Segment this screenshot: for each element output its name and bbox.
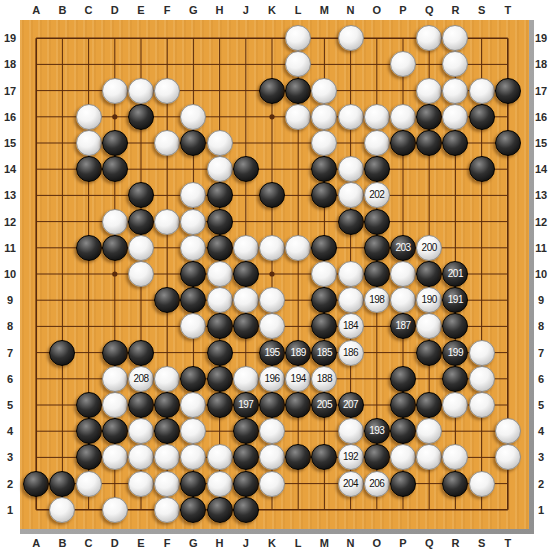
row-label-right-16: 16 <box>535 111 547 123</box>
black-stone-S14[interactable] <box>469 156 495 182</box>
row-label-left-14: 14 <box>4 163 16 175</box>
row-label-left-13: 13 <box>4 189 16 201</box>
white-stone-H15[interactable] <box>207 130 233 156</box>
black-stone-H8[interactable] <box>207 313 233 339</box>
black-stone-R6[interactable] <box>442 366 468 392</box>
black-stone-K17[interactable] <box>259 78 285 104</box>
col-label-bottom-F: F <box>164 537 171 549</box>
black-stone-S16[interactable] <box>469 104 495 130</box>
white-stone-E10[interactable] <box>128 261 154 287</box>
black-stone-M8[interactable] <box>311 313 337 339</box>
col-label-bottom-T: T <box>504 537 511 549</box>
move-number-197: 197 <box>238 400 253 410</box>
col-label-bottom-D: D <box>111 537 119 549</box>
star-point <box>269 114 274 119</box>
black-stone-L5[interactable] <box>285 392 311 418</box>
row-label-left-3: 3 <box>7 451 13 463</box>
col-label-bottom-J: J <box>243 537 249 549</box>
move-number-202: 202 <box>369 190 384 200</box>
white-stone-E17[interactable] <box>128 78 154 104</box>
black-stone-G1[interactable] <box>180 497 206 523</box>
white-stone-O15[interactable] <box>364 130 390 156</box>
black-stone-Q5[interactable] <box>416 392 442 418</box>
black-stone-G2[interactable] <box>180 471 206 497</box>
row-label-left-1: 1 <box>7 504 13 516</box>
black-stone-K5[interactable] <box>259 392 285 418</box>
row-label-left-2: 2 <box>7 478 13 490</box>
white-stone-E2[interactable] <box>128 471 154 497</box>
row-label-right-7: 7 <box>538 347 544 359</box>
white-stone-P18[interactable] <box>390 51 416 77</box>
black-stone-J5[interactable]: 197 <box>233 392 259 418</box>
move-number-189: 189 <box>291 348 306 358</box>
row-label-left-17: 17 <box>4 85 16 97</box>
black-stone-T15[interactable] <box>495 130 521 156</box>
col-label-bottom-O: O <box>373 537 382 549</box>
white-stone-P10[interactable] <box>390 261 416 287</box>
white-stone-N3[interactable]: 192 <box>338 444 364 470</box>
row-label-right-3: 3 <box>538 451 544 463</box>
move-number-199: 199 <box>448 348 463 358</box>
black-stone-R8[interactable] <box>442 313 468 339</box>
move-number-205: 205 <box>317 400 332 410</box>
white-stone-F15[interactable] <box>154 130 180 156</box>
black-stone-B2[interactable] <box>49 471 75 497</box>
white-stone-S7[interactable] <box>469 340 495 366</box>
white-stone-B1[interactable] <box>49 497 75 523</box>
white-stone-N2[interactable]: 204 <box>338 471 364 497</box>
white-stone-F3[interactable] <box>154 444 180 470</box>
white-stone-K2[interactable] <box>259 471 285 497</box>
white-stone-D12[interactable] <box>102 209 128 235</box>
white-stone-J11[interactable] <box>233 235 259 261</box>
move-number-204: 204 <box>343 479 358 489</box>
black-stone-T17[interactable] <box>495 78 521 104</box>
black-stone-J10[interactable] <box>233 261 259 287</box>
black-stone-R15[interactable] <box>442 130 468 156</box>
white-stone-R17[interactable] <box>442 78 468 104</box>
white-stone-H2[interactable] <box>207 471 233 497</box>
black-stone-M11[interactable] <box>311 235 337 261</box>
col-label-bottom-C: C <box>85 537 93 549</box>
black-stone-H11[interactable] <box>207 235 233 261</box>
row-label-right-1: 1 <box>538 504 544 516</box>
black-stone-R10[interactable]: 201 <box>442 261 468 287</box>
row-label-right-15: 15 <box>535 137 547 149</box>
col-label-bottom-E: E <box>137 537 144 549</box>
black-stone-P15[interactable] <box>390 130 416 156</box>
row-label-right-12: 12 <box>535 216 547 228</box>
white-stone-D5[interactable] <box>102 392 128 418</box>
star-point <box>269 271 274 276</box>
row-label-left-18: 18 <box>4 58 16 70</box>
black-stone-F4[interactable] <box>154 418 180 444</box>
black-stone-M13[interactable] <box>311 182 337 208</box>
col-label-top-N: N <box>347 4 355 16</box>
move-number-201: 201 <box>448 269 463 279</box>
white-stone-F12[interactable] <box>154 209 180 235</box>
white-stone-E3[interactable] <box>128 444 154 470</box>
black-stone-G10[interactable] <box>180 261 206 287</box>
white-stone-R19[interactable] <box>442 25 468 51</box>
black-stone-R9[interactable]: 191 <box>442 287 468 313</box>
row-label-right-10: 10 <box>535 268 547 280</box>
row-label-left-9: 9 <box>7 294 13 306</box>
white-stone-Q19[interactable] <box>416 25 442 51</box>
col-label-bottom-R: R <box>451 537 459 549</box>
move-number-184: 184 <box>343 321 358 331</box>
black-stone-P11[interactable]: 203 <box>390 235 416 261</box>
black-stone-P4[interactable] <box>390 418 416 444</box>
col-label-bottom-B: B <box>58 537 66 549</box>
move-number-206: 206 <box>369 479 384 489</box>
white-stone-N9[interactable] <box>338 287 364 313</box>
white-stone-N10[interactable] <box>338 261 364 287</box>
white-stone-R18[interactable] <box>442 51 468 77</box>
col-label-bottom-P: P <box>399 537 406 549</box>
white-stone-K8[interactable] <box>259 313 285 339</box>
star-point <box>112 114 117 119</box>
white-stone-P16[interactable] <box>390 104 416 130</box>
white-stone-P3[interactable] <box>390 444 416 470</box>
white-stone-K3[interactable] <box>259 444 285 470</box>
move-number-208: 208 <box>133 374 148 384</box>
move-number-198: 198 <box>369 295 384 305</box>
white-stone-G16[interactable] <box>180 104 206 130</box>
black-stone-A2[interactable] <box>23 471 49 497</box>
row-label-right-18: 18 <box>535 58 547 70</box>
star-point <box>112 271 117 276</box>
white-stone-O13[interactable]: 202 <box>364 182 390 208</box>
col-label-top-R: R <box>451 4 459 16</box>
row-label-left-5: 5 <box>7 399 13 411</box>
white-stone-N16[interactable] <box>338 104 364 130</box>
row-label-right-6: 6 <box>538 373 544 385</box>
white-stone-G13[interactable] <box>180 182 206 208</box>
col-label-bottom-Q: Q <box>425 537 434 549</box>
white-stone-S6[interactable] <box>469 366 495 392</box>
board-edge-shadow: 2022032002011981901911841871951891851861… <box>20 20 534 534</box>
white-stone-E4[interactable] <box>128 418 154 444</box>
black-stone-N5[interactable]: 207 <box>338 392 364 418</box>
black-stone-E5[interactable] <box>128 392 154 418</box>
black-stone-N12[interactable] <box>338 209 364 235</box>
col-label-bottom-A: A <box>32 537 40 549</box>
col-label-bottom-G: G <box>189 537 198 549</box>
white-stone-E11[interactable] <box>128 235 154 261</box>
move-number-192: 192 <box>343 452 358 462</box>
black-stone-J2[interactable] <box>233 471 259 497</box>
col-label-top-Q: Q <box>425 4 434 16</box>
black-stone-C14[interactable] <box>76 156 102 182</box>
white-stone-L11[interactable] <box>285 235 311 261</box>
white-stone-H14[interactable] <box>207 156 233 182</box>
white-stone-G3[interactable] <box>180 444 206 470</box>
black-stone-R2[interactable] <box>442 471 468 497</box>
col-label-top-J: J <box>243 4 249 16</box>
black-stone-C11[interactable] <box>76 235 102 261</box>
black-stone-P6[interactable] <box>390 366 416 392</box>
black-stone-E13[interactable] <box>128 182 154 208</box>
white-stone-N8[interactable]: 184 <box>338 313 364 339</box>
black-stone-G9[interactable] <box>180 287 206 313</box>
row-label-left-19: 19 <box>4 32 16 44</box>
black-stone-H5[interactable] <box>207 392 233 418</box>
white-stone-D1[interactable] <box>102 497 128 523</box>
white-stone-F2[interactable] <box>154 471 180 497</box>
black-stone-M7[interactable]: 185 <box>311 340 337 366</box>
black-stone-K13[interactable] <box>259 182 285 208</box>
black-stone-O10[interactable] <box>364 261 390 287</box>
col-label-bottom-S: S <box>478 537 485 549</box>
black-stone-B7[interactable] <box>49 340 75 366</box>
white-stone-G4[interactable] <box>180 418 206 444</box>
col-label-top-E: E <box>137 4 144 16</box>
white-stone-Q11[interactable]: 200 <box>416 235 442 261</box>
col-label-top-A: A <box>32 4 40 16</box>
white-stone-M15[interactable] <box>311 130 337 156</box>
white-stone-L19[interactable] <box>285 25 311 51</box>
white-stone-Q3[interactable] <box>416 444 442 470</box>
black-stone-O14[interactable] <box>364 156 390 182</box>
white-stone-S2[interactable] <box>469 471 495 497</box>
black-stone-H7[interactable] <box>207 340 233 366</box>
col-label-bottom-L: L <box>295 537 302 549</box>
col-label-bottom-M: M <box>320 537 329 549</box>
black-stone-M14[interactable] <box>311 156 337 182</box>
col-label-bottom-H: H <box>216 537 224 549</box>
white-stone-G12[interactable] <box>180 209 206 235</box>
row-label-right-14: 14 <box>535 163 547 175</box>
black-stone-Q7[interactable] <box>416 340 442 366</box>
white-stone-R5[interactable] <box>442 392 468 418</box>
white-stone-N19[interactable] <box>338 25 364 51</box>
white-stone-K6[interactable]: 196 <box>259 366 285 392</box>
black-stone-O3[interactable] <box>364 444 390 470</box>
white-stone-M6[interactable]: 188 <box>311 366 337 392</box>
black-stone-G15[interactable] <box>180 130 206 156</box>
white-stone-O2[interactable]: 206 <box>364 471 390 497</box>
white-stone-S17[interactable] <box>469 78 495 104</box>
row-label-left-11: 11 <box>4 242 16 254</box>
go-diagram-page: 2022032002011981901911841871951891851861… <box>0 0 550 552</box>
black-stone-D7[interactable] <box>102 340 128 366</box>
white-stone-F17[interactable] <box>154 78 180 104</box>
white-stone-R16[interactable] <box>442 104 468 130</box>
move-number-185: 185 <box>317 348 332 358</box>
row-label-left-16: 16 <box>4 111 16 123</box>
move-number-194: 194 <box>291 374 306 384</box>
black-stone-R7[interactable]: 199 <box>442 340 468 366</box>
black-stone-C5[interactable] <box>76 392 102 418</box>
white-stone-O16[interactable] <box>364 104 390 130</box>
white-stone-M10[interactable] <box>311 261 337 287</box>
white-stone-H9[interactable] <box>207 287 233 313</box>
col-label-top-B: B <box>58 4 66 16</box>
row-label-left-4: 4 <box>7 425 13 437</box>
row-label-left-6: 6 <box>7 373 13 385</box>
move-number-191: 191 <box>448 295 463 305</box>
move-number-195: 195 <box>264 348 279 358</box>
white-stone-Q9[interactable]: 190 <box>416 287 442 313</box>
col-label-top-S: S <box>478 4 485 16</box>
row-label-right-19: 19 <box>535 32 547 44</box>
row-label-right-8: 8 <box>538 320 544 332</box>
black-stone-D11[interactable] <box>102 235 128 261</box>
black-stone-Q15[interactable] <box>416 130 442 156</box>
black-stone-P8[interactable]: 187 <box>390 313 416 339</box>
black-stone-H6[interactable] <box>207 366 233 392</box>
black-stone-E7[interactable] <box>128 340 154 366</box>
col-label-bottom-N: N <box>347 537 355 549</box>
row-label-right-5: 5 <box>538 399 544 411</box>
move-number-187: 187 <box>395 321 410 331</box>
white-stone-O9[interactable]: 198 <box>364 287 390 313</box>
black-stone-H12[interactable] <box>207 209 233 235</box>
black-stone-E12[interactable] <box>128 209 154 235</box>
white-stone-N13[interactable] <box>338 182 364 208</box>
black-stone-J3[interactable] <box>233 444 259 470</box>
white-stone-R3[interactable] <box>442 444 468 470</box>
col-label-top-T: T <box>504 4 511 16</box>
white-stone-T3[interactable] <box>495 444 521 470</box>
col-label-bottom-K: K <box>268 537 276 549</box>
black-stone-P2[interactable] <box>390 471 416 497</box>
row-label-left-7: 7 <box>7 347 13 359</box>
row-label-left-10: 10 <box>4 268 16 280</box>
black-stone-F5[interactable] <box>154 392 180 418</box>
white-stone-C16[interactable] <box>76 104 102 130</box>
white-stone-Q17[interactable] <box>416 78 442 104</box>
col-label-top-K: K <box>268 4 276 16</box>
white-stone-M17[interactable] <box>311 78 337 104</box>
black-stone-J1[interactable] <box>233 497 259 523</box>
go-board[interactable]: 2022032002011981901911841871951891851861… <box>20 20 529 529</box>
black-stone-C3[interactable] <box>76 444 102 470</box>
white-stone-M16[interactable] <box>311 104 337 130</box>
move-number-200: 200 <box>422 243 437 253</box>
black-stone-O12[interactable] <box>364 209 390 235</box>
black-stone-Q16[interactable] <box>416 104 442 130</box>
white-stone-L16[interactable] <box>285 104 311 130</box>
white-stone-G11[interactable] <box>180 235 206 261</box>
white-stone-D6[interactable] <box>102 366 128 392</box>
white-stone-K4[interactable] <box>259 418 285 444</box>
black-stone-F9[interactable] <box>154 287 180 313</box>
white-stone-N14[interactable] <box>338 156 364 182</box>
row-label-right-11: 11 <box>535 242 547 254</box>
black-stone-D4[interactable] <box>102 418 128 444</box>
col-label-top-F: F <box>164 4 171 16</box>
col-label-top-G: G <box>189 4 198 16</box>
black-stone-E16[interactable] <box>128 104 154 130</box>
col-label-top-P: P <box>399 4 406 16</box>
col-label-top-O: O <box>373 4 382 16</box>
white-stone-S5[interactable] <box>469 392 495 418</box>
black-stone-L3[interactable] <box>285 444 311 470</box>
black-stone-O11[interactable] <box>364 235 390 261</box>
white-stone-H10[interactable] <box>207 261 233 287</box>
col-label-top-H: H <box>216 4 224 16</box>
white-stone-D3[interactable] <box>102 444 128 470</box>
col-label-top-C: C <box>85 4 93 16</box>
white-stone-J6[interactable] <box>233 366 259 392</box>
move-number-186: 186 <box>343 348 358 358</box>
row-label-right-2: 2 <box>538 478 544 490</box>
white-stone-K9[interactable] <box>259 287 285 313</box>
black-stone-D14[interactable] <box>102 156 128 182</box>
col-label-top-D: D <box>111 4 119 16</box>
row-label-right-9: 9 <box>538 294 544 306</box>
white-stone-N7[interactable]: 186 <box>338 340 364 366</box>
row-label-right-13: 13 <box>535 189 547 201</box>
black-stone-M9[interactable] <box>311 287 337 313</box>
black-stone-H13[interactable] <box>207 182 233 208</box>
black-stone-Q10[interactable] <box>416 261 442 287</box>
white-stone-H3[interactable] <box>207 444 233 470</box>
white-stone-G8[interactable] <box>180 313 206 339</box>
row-label-right-17: 17 <box>535 85 547 97</box>
white-stone-Q8[interactable] <box>416 313 442 339</box>
white-stone-E6[interactable]: 208 <box>128 366 154 392</box>
col-label-top-M: M <box>320 4 329 16</box>
move-number-196: 196 <box>264 374 279 384</box>
move-number-188: 188 <box>317 374 332 384</box>
row-label-left-12: 12 <box>4 216 16 228</box>
white-stone-L18[interactable] <box>285 51 311 77</box>
black-stone-L17[interactable] <box>285 78 311 104</box>
move-number-193: 193 <box>369 426 384 436</box>
move-number-207: 207 <box>343 400 358 410</box>
move-number-190: 190 <box>422 295 437 305</box>
black-stone-H1[interactable] <box>207 497 233 523</box>
white-stone-F1[interactable] <box>154 497 180 523</box>
white-stone-Q4[interactable] <box>416 418 442 444</box>
black-stone-G6[interactable] <box>180 366 206 392</box>
black-stone-M3[interactable] <box>311 444 337 470</box>
white-stone-J9[interactable] <box>233 287 259 313</box>
white-stone-C15[interactable] <box>76 130 102 156</box>
black-stone-C4[interactable] <box>76 418 102 444</box>
white-stone-L6[interactable]: 194 <box>285 366 311 392</box>
white-stone-T4[interactable] <box>495 418 521 444</box>
col-label-top-L: L <box>295 4 302 16</box>
white-stone-K11[interactable] <box>259 235 285 261</box>
white-stone-F6[interactable] <box>154 366 180 392</box>
black-stone-K7[interactable]: 195 <box>259 340 285 366</box>
white-stone-C2[interactable] <box>76 471 102 497</box>
black-stone-J4[interactable] <box>233 418 259 444</box>
row-label-left-8: 8 <box>7 320 13 332</box>
black-stone-J8[interactable] <box>233 313 259 339</box>
black-stone-J14[interactable] <box>233 156 259 182</box>
row-label-left-15: 15 <box>4 137 16 149</box>
black-stone-L7[interactable]: 189 <box>285 340 311 366</box>
black-stone-O4[interactable]: 193 <box>364 418 390 444</box>
row-label-right-4: 4 <box>538 425 544 437</box>
white-stone-G5[interactable] <box>180 392 206 418</box>
black-stone-D15[interactable] <box>102 130 128 156</box>
black-stone-M5[interactable]: 205 <box>311 392 337 418</box>
white-stone-N4[interactable] <box>338 418 364 444</box>
move-number-203: 203 <box>395 243 410 253</box>
white-stone-D17[interactable] <box>102 78 128 104</box>
white-stone-P9[interactable] <box>390 287 416 313</box>
black-stone-P5[interactable] <box>390 392 416 418</box>
